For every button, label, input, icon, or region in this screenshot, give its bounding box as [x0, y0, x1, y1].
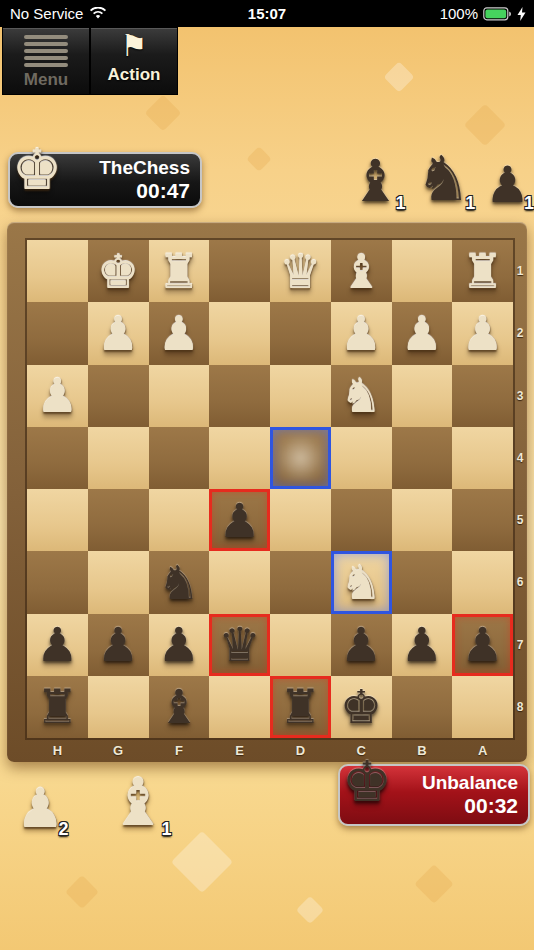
square-a5[interactable]: [452, 489, 513, 551]
status-bar: No Service 15:07 100%: [0, 0, 534, 27]
square-g3[interactable]: [88, 365, 149, 427]
carrier-label: No Service: [10, 5, 83, 22]
square-e3[interactable]: [209, 365, 270, 427]
square-a1[interactable]: ♜: [452, 240, 513, 302]
chess-board: ♚♜♛♝♜♟♟♟♟♟♟♞♟♞♞♟♟♟♛♟♟♟♜♝♜♚ 12345678 HGFE…: [7, 222, 527, 762]
chess-app-screen: { "game": "chess", "status_bar": { "carr…: [0, 0, 534, 950]
captured-black-knight: ♞1: [416, 148, 472, 210]
square-h4[interactable]: [27, 427, 88, 489]
square-e8[interactable]: [209, 676, 270, 738]
bg-diamond: [65, 875, 99, 909]
file-label-b: B: [392, 740, 453, 760]
white-rook[interactable]: ♜: [158, 248, 200, 295]
square-b4[interactable]: [392, 427, 453, 489]
white-pawn[interactable]: ♟: [340, 310, 382, 357]
black-bishop-icon: ♝: [350, 147, 402, 215]
rank-label-4: 4: [513, 427, 527, 489]
flag-icon: ⚑: [121, 30, 148, 62]
square-a6[interactable]: [452, 551, 513, 613]
action-button[interactable]: ⚑ Action: [90, 27, 178, 95]
square-c6[interactable]: ♞: [331, 551, 392, 613]
rank-label-2: 2: [513, 302, 527, 364]
black-rook[interactable]: ♜: [279, 683, 321, 730]
white-rook[interactable]: ♜: [462, 248, 504, 295]
charging-bolt-icon: [517, 7, 526, 21]
square-g7[interactable]: ♟: [88, 614, 149, 676]
captured-count: 1: [162, 820, 172, 838]
black-knight[interactable]: ♞: [158, 559, 200, 606]
square-d6[interactable]: [270, 551, 331, 613]
rank-label-7: 7: [513, 614, 527, 676]
square-h2[interactable]: [27, 302, 88, 364]
black-player-name: Unbalance: [422, 772, 518, 794]
square-c3[interactable]: ♞: [331, 365, 392, 427]
black-pawn[interactable]: ♟: [158, 621, 200, 668]
file-label-g: G: [88, 740, 149, 760]
square-g5[interactable]: [88, 489, 149, 551]
square-b7[interactable]: ♟: [392, 614, 453, 676]
bg-diamond: [296, 896, 324, 924]
player-badge-black: ♚ Unbalance 00:32: [338, 764, 530, 826]
square-c1[interactable]: ♝: [331, 240, 392, 302]
square-a2[interactable]: ♟: [452, 302, 513, 364]
square-c2[interactable]: ♟: [331, 302, 392, 364]
bg-diamond: [171, 831, 233, 893]
black-queen[interactable]: ♛: [219, 621, 261, 668]
square-d3[interactable]: [270, 365, 331, 427]
white-king[interactable]: ♚: [97, 248, 139, 295]
square-d7[interactable]: [270, 614, 331, 676]
rank-label-1: 1: [513, 240, 527, 302]
square-e4[interactable]: [209, 427, 270, 489]
white-knight[interactable]: ♞: [340, 372, 382, 419]
black-rook[interactable]: ♜: [36, 683, 78, 730]
square-d4[interactable]: [270, 427, 331, 489]
black-pawn[interactable]: ♟: [462, 621, 504, 668]
square-b6[interactable]: [392, 551, 453, 613]
captured-count: 1: [396, 194, 406, 212]
square-g2[interactable]: ♟: [88, 302, 149, 364]
action-button-label: Action: [108, 65, 161, 85]
square-c5[interactable]: [331, 489, 392, 551]
rank-label-3: 3: [513, 365, 527, 427]
square-g8[interactable]: [88, 676, 149, 738]
captured-pieces-by-white: ♝1♞1♟1: [350, 146, 530, 210]
file-label-a: A: [452, 740, 513, 760]
square-c7[interactable]: ♟: [331, 614, 392, 676]
wifi-icon: [89, 7, 107, 20]
square-b1[interactable]: [392, 240, 453, 302]
square-g6[interactable]: [88, 551, 149, 613]
captured-white-bishop: ♝1: [108, 770, 167, 836]
white-pawn[interactable]: ♟: [36, 372, 78, 419]
square-c4[interactable]: [331, 427, 392, 489]
captured-black-bishop: ♝1: [350, 152, 402, 210]
square-g4[interactable]: [88, 427, 149, 489]
square-c8[interactable]: ♚: [331, 676, 392, 738]
file-label-f: F: [149, 740, 210, 760]
player-badge-white: ♚ TheChess 00:47: [8, 152, 202, 208]
square-d5[interactable]: [270, 489, 331, 551]
captured-black-pawn: ♟1: [485, 160, 530, 210]
white-queen[interactable]: ♛: [279, 248, 321, 295]
captured-count: 1: [524, 194, 534, 212]
square-a3[interactable]: [452, 365, 513, 427]
square-e7[interactable]: ♛: [209, 614, 270, 676]
bg-diamond: [383, 61, 414, 92]
black-pawn[interactable]: ♟: [401, 621, 443, 668]
square-a8[interactable]: [452, 676, 513, 738]
rank-label-6: 6: [513, 551, 527, 613]
square-e6[interactable]: [209, 551, 270, 613]
square-b5[interactable]: [392, 489, 453, 551]
captured-white-pawn: ♟2: [16, 782, 64, 836]
square-b2[interactable]: ♟: [392, 302, 453, 364]
battery-icon: [483, 7, 512, 21]
square-h3[interactable]: ♟: [27, 365, 88, 427]
bg-diamond: [414, 864, 454, 904]
file-label-e: E: [209, 740, 270, 760]
white-player-name: TheChess: [99, 157, 190, 179]
white-knight[interactable]: ♞: [340, 559, 382, 606]
square-g1[interactable]: ♚: [88, 240, 149, 302]
black-king[interactable]: ♚: [340, 683, 382, 730]
square-a4[interactable]: [452, 427, 513, 489]
black-pawn[interactable]: ♟: [340, 621, 382, 668]
carrier-area: No Service: [0, 5, 107, 22]
hamburger-icon: [24, 35, 68, 67]
board-grid: ♚♜♛♝♜♟♟♟♟♟♟♞♟♞♞♟♟♟♛♟♟♟♜♝♜♚: [27, 240, 513, 738]
captured-count: 2: [58, 820, 68, 838]
battery-percent-label: 100%: [440, 5, 478, 22]
file-label-h: H: [27, 740, 88, 760]
black-pawn[interactable]: ♟: [219, 497, 261, 544]
black-pawn[interactable]: ♟: [97, 621, 139, 668]
white-bishop-icon: ♝: [108, 764, 167, 841]
white-bishop[interactable]: ♝: [340, 248, 382, 295]
white-king-icon: ♚: [12, 142, 62, 198]
square-e1[interactable]: [209, 240, 270, 302]
square-f4[interactable]: [149, 427, 210, 489]
square-h5[interactable]: [27, 489, 88, 551]
captured-count: 1: [465, 194, 475, 212]
rank-label-8: 8: [513, 676, 527, 738]
rank-label-5: 5: [513, 489, 527, 551]
bg-diamond: [464, 104, 506, 146]
file-label-d: D: [270, 740, 331, 760]
square-d1[interactable]: ♛: [270, 240, 331, 302]
white-pawn[interactable]: ♟: [401, 310, 443, 357]
rank-labels: 12345678: [513, 240, 527, 738]
black-player-clock: 00:32: [422, 794, 518, 818]
black-bishop[interactable]: ♝: [158, 683, 200, 730]
file-labels: HGFEDCBA: [27, 740, 513, 760]
square-e2[interactable]: [209, 302, 270, 364]
square-h7[interactable]: ♟: [27, 614, 88, 676]
square-d2[interactable]: [270, 302, 331, 364]
square-f1[interactable]: ♜: [149, 240, 210, 302]
square-h6[interactable]: [27, 551, 88, 613]
square-a7[interactable]: ♟: [452, 614, 513, 676]
square-f7[interactable]: ♟: [149, 614, 210, 676]
square-b3[interactable]: [392, 365, 453, 427]
black-king-icon: ♚: [342, 754, 392, 810]
black-pawn[interactable]: ♟: [36, 621, 78, 668]
square-h8[interactable]: ♜: [27, 676, 88, 738]
square-h1[interactable]: [27, 240, 88, 302]
square-f5[interactable]: [149, 489, 210, 551]
square-f6[interactable]: ♞: [149, 551, 210, 613]
square-f3[interactable]: [149, 365, 210, 427]
black-knight-icon: ♞: [416, 142, 472, 215]
white-pawn[interactable]: ♟: [158, 310, 200, 357]
white-player-clock: 00:47: [99, 179, 190, 203]
square-f8[interactable]: ♝: [149, 676, 210, 738]
battery-area: 100%: [440, 5, 534, 22]
square-e5[interactable]: ♟: [209, 489, 270, 551]
square-d8[interactable]: ♜: [270, 676, 331, 738]
menu-button[interactable]: Menu: [2, 27, 90, 95]
menu-button-label: Menu: [24, 70, 68, 90]
white-pawn[interactable]: ♟: [462, 310, 504, 357]
square-b8[interactable]: [392, 676, 453, 738]
moved-piece-ghost: [277, 434, 324, 482]
captured-pieces-by-black: ♟2♝1: [16, 760, 168, 836]
bg-diamond: [246, 146, 271, 171]
square-f2[interactable]: ♟: [149, 302, 210, 364]
bg-diamond: [145, 95, 182, 132]
white-pawn[interactable]: ♟: [97, 310, 139, 357]
